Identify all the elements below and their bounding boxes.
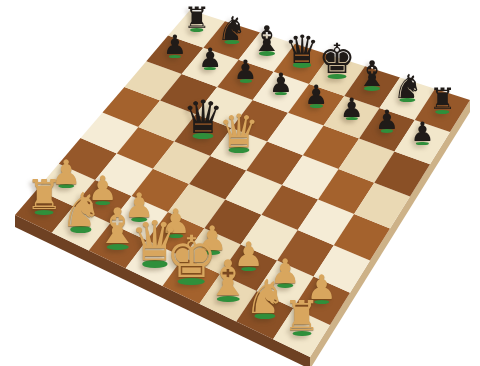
chess-set-photo: ♜♞♝♟♛♟♚♟♝♟♞♟♜♟♟♛♟♛♟♟♜♟♞♟♝♟♛♟♚♟♝♟♞♜ xyxy=(0,0,480,366)
chess-board xyxy=(0,0,480,366)
